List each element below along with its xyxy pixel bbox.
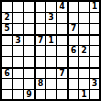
cell-r9c1[interactable] bbox=[2, 90, 12, 99]
cell-r4c9[interactable] bbox=[90, 35, 99, 45]
cell-r6c6[interactable] bbox=[57, 57, 67, 67]
cell-r2c4[interactable] bbox=[35, 13, 45, 23]
cell-r2c6[interactable] bbox=[57, 13, 67, 23]
cell-r5c5[interactable] bbox=[46, 46, 56, 56]
cell-r1c7[interactable] bbox=[68, 2, 78, 12]
cell-r5c7-given: 6 bbox=[68, 46, 78, 56]
sudoku-board: 41235737162678391 bbox=[0, 0, 101, 101]
cell-r3c8[interactable] bbox=[79, 24, 89, 34]
cell-r8c2[interactable] bbox=[13, 79, 23, 89]
cell-r8c3[interactable] bbox=[24, 79, 34, 89]
cell-r7c1-given: 6 bbox=[2, 68, 12, 78]
cell-r6c9[interactable] bbox=[90, 57, 99, 67]
cell-r1c1[interactable] bbox=[2, 2, 12, 12]
cell-r1c8[interactable] bbox=[79, 2, 89, 12]
cell-r3c4[interactable] bbox=[35, 24, 45, 34]
cell-r5c1[interactable] bbox=[2, 46, 12, 56]
cell-r2c9[interactable] bbox=[90, 13, 99, 23]
cell-r2c7[interactable] bbox=[68, 13, 78, 23]
cell-r7c6-given: 7 bbox=[57, 68, 67, 78]
cell-r5c4[interactable] bbox=[35, 46, 45, 56]
cell-r9c2[interactable] bbox=[13, 90, 23, 99]
cell-r8c7[interactable] bbox=[68, 79, 78, 89]
cell-r3c1-given: 5 bbox=[2, 24, 12, 34]
cell-r6c7[interactable] bbox=[68, 57, 78, 67]
cell-r9c9[interactable] bbox=[90, 90, 99, 99]
cell-r6c2[interactable] bbox=[13, 57, 23, 67]
cell-r1c4[interactable] bbox=[35, 2, 45, 12]
cell-r1c3[interactable] bbox=[24, 2, 34, 12]
cell-r9c3-given: 9 bbox=[24, 90, 34, 99]
cell-r7c7[interactable] bbox=[68, 68, 78, 78]
cell-r4c8[interactable] bbox=[79, 35, 89, 45]
cell-r3c2[interactable] bbox=[13, 24, 23, 34]
cell-r6c4[interactable] bbox=[35, 57, 45, 67]
cell-r5c8-given: 2 bbox=[79, 46, 89, 56]
cell-r2c2[interactable] bbox=[13, 13, 23, 23]
cell-r2c8[interactable] bbox=[79, 13, 89, 23]
cell-r3c5[interactable] bbox=[46, 24, 56, 34]
cell-r1c5[interactable] bbox=[46, 2, 56, 12]
cell-r9c8-given: 1 bbox=[79, 90, 89, 99]
cell-r9c6[interactable] bbox=[57, 90, 67, 99]
cell-r7c4[interactable] bbox=[35, 68, 45, 78]
cell-r1c6-given: 4 bbox=[57, 2, 67, 12]
cell-r4c6[interactable] bbox=[57, 35, 67, 45]
cell-r5c3[interactable] bbox=[24, 46, 34, 56]
cell-r4c2-given: 3 bbox=[13, 35, 23, 45]
cell-r4c7[interactable] bbox=[68, 35, 78, 45]
cell-r2c5-given: 3 bbox=[46, 13, 56, 23]
cell-r7c8[interactable] bbox=[79, 68, 89, 78]
cell-r6c1[interactable] bbox=[2, 57, 12, 67]
cell-r9c5[interactable] bbox=[46, 90, 56, 99]
cell-r5c9[interactable] bbox=[90, 46, 99, 56]
cell-r3c7-given: 7 bbox=[68, 24, 78, 34]
cell-r7c5[interactable] bbox=[46, 68, 56, 78]
cell-r4c1[interactable] bbox=[2, 35, 12, 45]
cell-r9c7[interactable] bbox=[68, 90, 78, 99]
cell-r6c3[interactable] bbox=[24, 57, 34, 67]
cell-r2c3[interactable] bbox=[24, 13, 34, 23]
cell-r3c9[interactable] bbox=[90, 24, 99, 34]
cell-r6c5[interactable] bbox=[46, 57, 56, 67]
cell-r7c3[interactable] bbox=[24, 68, 34, 78]
cell-r5c2[interactable] bbox=[13, 46, 23, 56]
cell-r4c3[interactable] bbox=[24, 35, 34, 45]
cell-r8c8[interactable] bbox=[79, 79, 89, 89]
cell-r8c1[interactable] bbox=[2, 79, 12, 89]
cell-r7c9[interactable] bbox=[90, 68, 99, 78]
cell-r8c9-given: 3 bbox=[90, 79, 99, 89]
cell-r1c2[interactable] bbox=[13, 2, 23, 12]
cell-r2c1-given: 2 bbox=[2, 13, 12, 23]
cell-r8c6[interactable] bbox=[57, 79, 67, 89]
cell-r7c2[interactable] bbox=[13, 68, 23, 78]
cell-r3c3[interactable] bbox=[24, 24, 34, 34]
cell-r9c4[interactable] bbox=[35, 90, 45, 99]
cell-r8c5[interactable] bbox=[46, 79, 56, 89]
cell-r3c6[interactable] bbox=[57, 24, 67, 34]
cell-r4c5-given: 1 bbox=[46, 35, 56, 45]
cell-r5c6[interactable] bbox=[57, 46, 67, 56]
cell-r1c9-given: 1 bbox=[90, 2, 99, 12]
cell-r6c8[interactable] bbox=[79, 57, 89, 67]
cell-r8c4-given: 8 bbox=[35, 79, 45, 89]
cell-r4c4-given: 7 bbox=[35, 35, 45, 45]
